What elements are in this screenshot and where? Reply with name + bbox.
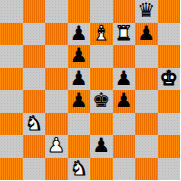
square-e7[interactable]: ♝ (90, 23, 113, 46)
black-pawn-piece[interactable]: ♟ (70, 23, 88, 43)
chess-board: ♛♟♝♜♟♟♟♟♚♟♚♟♞♟♟♞ (0, 0, 180, 180)
square-e2[interactable]: ♟ (90, 135, 113, 158)
square-d2[interactable] (68, 135, 91, 158)
black-king-piece[interactable]: ♚ (92, 90, 110, 110)
square-g7[interactable]: ♟ (135, 23, 158, 46)
square-e8[interactable] (90, 0, 113, 23)
black-pawn-piece[interactable]: ♟ (70, 45, 88, 65)
white-pawn-piece[interactable]: ♟ (47, 135, 65, 155)
white-knight-piece[interactable]: ♞ (70, 158, 88, 178)
square-a5[interactable] (0, 68, 23, 91)
square-c7[interactable] (45, 23, 68, 46)
black-pawn-piece[interactable]: ♟ (115, 68, 133, 88)
square-g5[interactable] (135, 68, 158, 91)
square-a8[interactable] (0, 0, 23, 23)
white-rook-piece[interactable]: ♜ (115, 23, 133, 43)
square-b2[interactable] (23, 135, 46, 158)
square-h6[interactable] (158, 45, 181, 68)
square-f8[interactable] (113, 0, 136, 23)
square-d6[interactable]: ♟ (68, 45, 91, 68)
square-b3[interactable]: ♞ (23, 113, 46, 136)
square-c1[interactable] (45, 158, 68, 181)
square-f1[interactable] (113, 158, 136, 181)
square-d5[interactable]: ♟ (68, 68, 91, 91)
square-g3[interactable] (135, 113, 158, 136)
square-d7[interactable]: ♟ (68, 23, 91, 46)
square-a3[interactable] (0, 113, 23, 136)
black-pawn-piece[interactable]: ♟ (92, 135, 110, 155)
square-g2[interactable] (135, 135, 158, 158)
square-e3[interactable] (90, 113, 113, 136)
black-queen-piece[interactable]: ♛ (137, 0, 155, 20)
black-pawn-piece[interactable]: ♟ (137, 23, 155, 43)
square-c2[interactable]: ♟ (45, 135, 68, 158)
square-b5[interactable] (23, 68, 46, 91)
square-c3[interactable] (45, 113, 68, 136)
square-g6[interactable] (135, 45, 158, 68)
square-f4[interactable]: ♟ (113, 90, 136, 113)
square-g4[interactable] (135, 90, 158, 113)
square-h7[interactable] (158, 23, 181, 46)
white-bishop-piece[interactable]: ♝ (92, 23, 110, 43)
square-d1[interactable]: ♞ (68, 158, 91, 181)
square-f5[interactable]: ♟ (113, 68, 136, 91)
black-pawn-piece[interactable]: ♟ (70, 68, 88, 88)
square-d3[interactable] (68, 113, 91, 136)
square-h5[interactable]: ♚ (158, 68, 181, 91)
square-a1[interactable] (0, 158, 23, 181)
square-c5[interactable] (45, 68, 68, 91)
square-d4[interactable]: ♟ (68, 90, 91, 113)
square-e5[interactable] (90, 68, 113, 91)
white-knight-piece[interactable]: ♞ (25, 113, 43, 133)
square-f7[interactable]: ♜ (113, 23, 136, 46)
square-e6[interactable] (90, 45, 113, 68)
square-b4[interactable] (23, 90, 46, 113)
square-h3[interactable] (158, 113, 181, 136)
square-f3[interactable] (113, 113, 136, 136)
square-h2[interactable] (158, 135, 181, 158)
square-a7[interactable] (0, 23, 23, 46)
square-b8[interactable] (23, 0, 46, 23)
black-pawn-piece[interactable]: ♟ (70, 90, 88, 110)
square-b6[interactable] (23, 45, 46, 68)
square-d8[interactable] (68, 0, 91, 23)
square-a4[interactable] (0, 90, 23, 113)
square-c6[interactable] (45, 45, 68, 68)
square-b1[interactable] (23, 158, 46, 181)
black-pawn-piece[interactable]: ♟ (115, 90, 133, 110)
square-g8[interactable]: ♛ (135, 0, 158, 23)
square-e4[interactable]: ♚ (90, 90, 113, 113)
square-f6[interactable] (113, 45, 136, 68)
white-king-piece[interactable]: ♚ (160, 68, 178, 88)
square-b7[interactable] (23, 23, 46, 46)
square-h8[interactable] (158, 0, 181, 23)
square-c8[interactable] (45, 0, 68, 23)
square-e1[interactable] (90, 158, 113, 181)
square-h1[interactable] (158, 158, 181, 181)
square-a6[interactable] (0, 45, 23, 68)
square-a2[interactable] (0, 135, 23, 158)
square-h4[interactable] (158, 90, 181, 113)
square-f2[interactable] (113, 135, 136, 158)
square-g1[interactable] (135, 158, 158, 181)
square-c4[interactable] (45, 90, 68, 113)
